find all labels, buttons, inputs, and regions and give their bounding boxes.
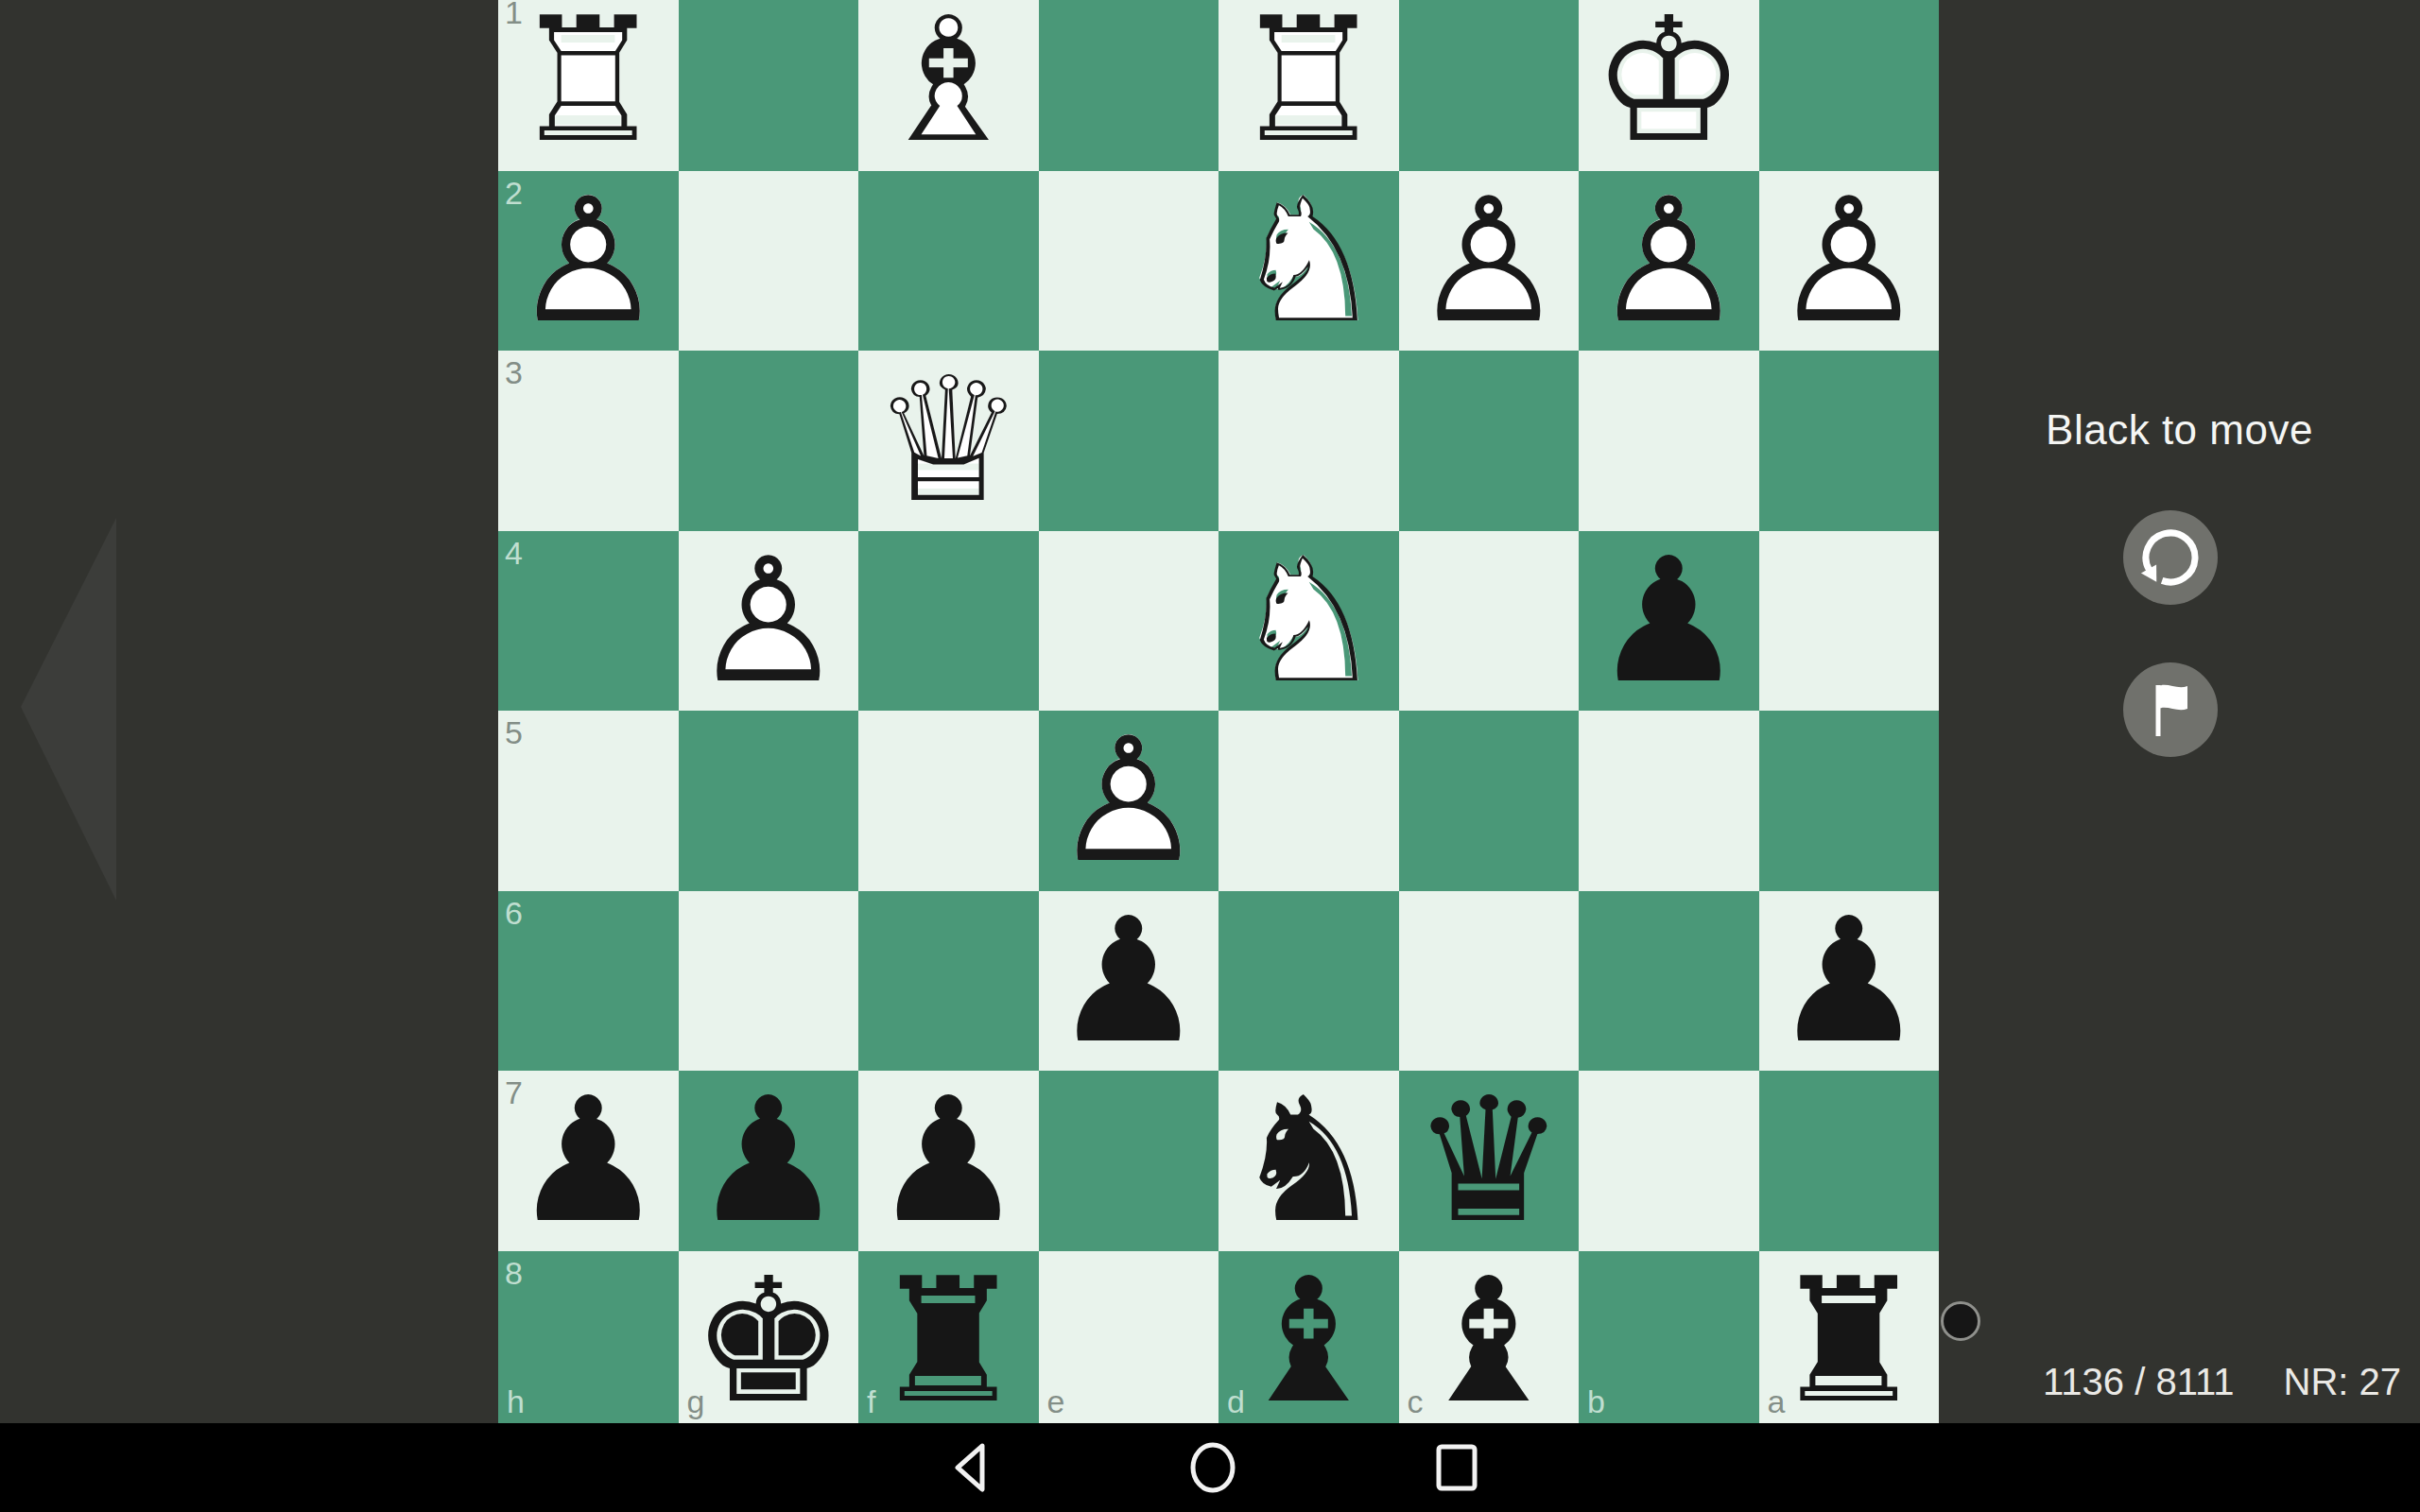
undo-icon [2136,524,2204,592]
square-c3[interactable] [1399,351,1580,531]
app-screen: 1♜♖♝♗♜♖♚♔2♟♙♞♘♟♙♟♙♟♙3♛♕4♟♙♞♘♟5♟♙6♟♟7♟♟♟♞… [0,0,2420,1512]
black-p-b4: ♟ [1579,531,1759,712]
square-a1[interactable] [1759,0,1940,171]
nav-recent-icon[interactable] [1428,1439,1485,1496]
square-b4[interactable]: ♟ [1579,531,1759,712]
file-label-e: e [1047,1385,1065,1417]
black-b-d8: ♝ [1219,1251,1399,1432]
square-b3[interactable] [1579,351,1759,531]
white-q-f3: ♛♕ [858,351,1039,531]
square-a5[interactable] [1759,711,1940,891]
black-p-f7: ♟ [858,1071,1039,1251]
square-h7[interactable]: 7♟ [498,1071,679,1251]
square-f8[interactable]: f♜ [858,1251,1039,1432]
flag-icon [2136,676,2204,744]
square-a3[interactable] [1759,351,1940,531]
white-p-h2: ♟♙ [498,171,679,352]
square-e6[interactable]: ♟ [1039,891,1219,1072]
square-d4[interactable]: ♞♘ [1219,531,1399,712]
rank-label-3: 3 [505,356,523,388]
black-r-f8: ♜ [858,1251,1039,1432]
square-f4[interactable] [858,531,1039,712]
square-a8[interactable]: a♜ [1759,1251,1940,1432]
puzzle-counter: 1136 / 8111NR: 27 [2043,1361,2401,1403]
square-c7[interactable]: ♛ [1399,1071,1580,1251]
square-h5[interactable]: 5 [498,711,679,891]
black-p-g7: ♟ [679,1071,859,1251]
square-c8[interactable]: c♝ [1399,1251,1580,1432]
chevron-left-icon [21,518,116,901]
square-h8[interactable]: 8h [498,1251,679,1432]
square-a4[interactable] [1759,531,1940,712]
rank-label-8: 8 [505,1257,523,1289]
square-c1[interactable] [1399,0,1580,171]
square-d6[interactable] [1219,891,1399,1072]
square-g8[interactable]: g♚ [679,1251,859,1432]
white-p-a2: ♟♙ [1759,171,1940,352]
square-d2[interactable]: ♞♘ [1219,171,1399,352]
square-f5[interactable] [858,711,1039,891]
square-b5[interactable] [1579,711,1759,891]
square-e4[interactable] [1039,531,1219,712]
square-e3[interactable] [1039,351,1219,531]
square-g3[interactable] [679,351,859,531]
white-p-g4: ♟♙ [679,531,859,712]
white-n-d4: ♞♘ [1219,531,1399,712]
white-r-h1: ♜♖ [498,0,679,171]
square-b8[interactable]: b [1579,1251,1759,1432]
square-h6[interactable]: 6 [498,891,679,1072]
square-b6[interactable] [1579,891,1759,1072]
puzzle-progress: 1136 / 8111 [2043,1361,2234,1402]
square-d7[interactable]: ♞ [1219,1071,1399,1251]
puzzle-rating: NR: 27 [2284,1361,2402,1402]
square-f1[interactable]: ♝♗ [858,0,1039,171]
square-f2[interactable] [858,171,1039,352]
rank-label-5: 5 [505,716,523,748]
square-h1[interactable]: 1♜♖ [498,0,679,171]
white-n-d2: ♞♘ [1219,171,1399,352]
chess-board: 1♜♖♝♗♜♖♚♔2♟♙♞♘♟♙♟♙♟♙3♛♕4♟♙♞♘♟5♟♙6♟♟7♟♟♟♞… [498,0,1939,1431]
square-e8[interactable]: e [1039,1251,1219,1432]
file-label-b: b [1587,1385,1605,1417]
side-to-move-indicator [1941,1301,1980,1341]
white-p-c2: ♟♙ [1399,171,1580,352]
nav-home-icon[interactable] [1184,1439,1241,1496]
white-p-e5: ♟♙ [1039,711,1219,891]
file-label-h: h [507,1385,525,1417]
nav-back-icon[interactable] [941,1439,997,1496]
square-e5[interactable]: ♟♙ [1039,711,1219,891]
square-c5[interactable] [1399,711,1580,891]
square-c2[interactable]: ♟♙ [1399,171,1580,352]
square-e7[interactable] [1039,1071,1219,1251]
black-n-d7: ♞ [1219,1071,1399,1251]
square-h4[interactable]: 4 [498,531,679,712]
square-d1[interactable]: ♜♖ [1219,0,1399,171]
black-p-e6: ♟ [1039,891,1219,1072]
square-a2[interactable]: ♟♙ [1759,171,1940,352]
white-p-b2: ♟♙ [1579,171,1759,352]
square-g7[interactable]: ♟ [679,1071,859,1251]
square-b2[interactable]: ♟♙ [1579,171,1759,352]
square-d3[interactable] [1219,351,1399,531]
square-g2[interactable] [679,171,859,352]
square-a6[interactable]: ♟ [1759,891,1940,1072]
black-p-h7: ♟ [498,1071,679,1251]
square-a7[interactable] [1759,1071,1940,1251]
square-f3[interactable]: ♛♕ [858,351,1039,531]
square-h3[interactable]: 3 [498,351,679,531]
square-e1[interactable] [1039,0,1219,171]
undo-button[interactable] [2123,510,2218,605]
square-g6[interactable] [679,891,859,1072]
rank-label-6: 6 [505,897,523,929]
square-d8[interactable]: d♝ [1219,1251,1399,1432]
square-c4[interactable] [1399,531,1580,712]
black-r-a8: ♜ [1759,1251,1940,1432]
black-k-g8: ♚ [679,1251,859,1432]
black-p-a6: ♟ [1759,891,1940,1072]
square-g5[interactable] [679,711,859,891]
square-f6[interactable] [858,891,1039,1072]
rank-label-4: 4 [505,537,523,569]
white-k-b1: ♚♔ [1579,0,1759,171]
right-panel: Black to move 1136 / 8111NR: 27 [1939,0,2420,1512]
square-f7[interactable]: ♟ [858,1071,1039,1251]
previous-move-arrow[interactable] [0,0,189,1039]
white-r-d1: ♜♖ [1219,0,1399,171]
black-q-c7: ♛ [1399,1071,1580,1251]
black-b-c8: ♝ [1399,1251,1580,1432]
square-b7[interactable] [1579,1071,1759,1251]
square-d5[interactable] [1219,711,1399,891]
left-panel [0,0,498,1512]
status-text: Black to move [1939,406,2420,454]
square-h2[interactable]: 2♟♙ [498,171,679,352]
flag-button[interactable] [2123,662,2218,757]
square-g1[interactable] [679,0,859,171]
square-b1[interactable]: ♚♔ [1579,0,1759,171]
white-b-f1: ♝♗ [858,0,1039,171]
square-e2[interactable] [1039,171,1219,352]
square-g4[interactable]: ♟♙ [679,531,859,712]
square-c6[interactable] [1399,891,1580,1072]
android-nav-bar [0,1423,2420,1512]
